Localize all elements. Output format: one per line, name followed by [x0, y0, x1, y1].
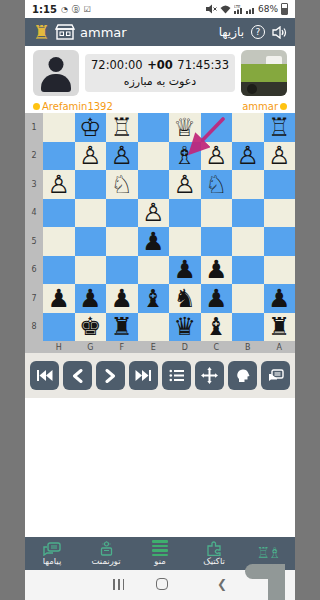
- black-piece: ♜: [268, 314, 290, 339]
- signal-icon: [246, 4, 255, 14]
- square-b4[interactable]: [232, 199, 264, 228]
- square-a4[interactable]: [264, 199, 296, 228]
- white-piece: ♙: [79, 143, 101, 168]
- square-a3[interactable]: [264, 170, 296, 199]
- avatar-silhouette-body: [41, 74, 71, 92]
- black-piece: ♟: [79, 286, 101, 311]
- opponent-name: Arefamin1392: [33, 101, 113, 112]
- file-label: F: [106, 341, 138, 353]
- black-piece: ♜: [111, 314, 133, 339]
- square-f5[interactable]: [106, 227, 138, 256]
- phone-screen: 1:15 ◔ Ⓑ ☑ LTE 68% ♜ ammar بازیها ?: [25, 0, 295, 600]
- square-e4[interactable]: ♙: [138, 199, 170, 228]
- white-piece: ♙: [174, 172, 196, 197]
- player-avatar-photo[interactable]: [241, 50, 287, 96]
- square-a2[interactable]: ♙: [264, 142, 296, 171]
- white-piece: ♙: [268, 143, 290, 168]
- black-piece: ♝: [205, 314, 227, 339]
- rank-labels: 12345678: [25, 113, 43, 341]
- file-label: A: [264, 341, 296, 353]
- gold-rook-logo-icon: ♜: [33, 23, 50, 42]
- square-f3[interactable]: ♘: [106, 170, 138, 199]
- black-piece: ♟: [205, 257, 227, 282]
- square-d1[interactable]: ♕: [169, 113, 201, 142]
- signal-volte-icon: LTE: [234, 4, 243, 14]
- android-nav-bar: ❮: [25, 570, 295, 600]
- messages-icon: [43, 541, 61, 556]
- square-h6[interactable]: [43, 256, 75, 285]
- white-piece: ♖: [268, 115, 290, 140]
- square-f2[interactable]: ♙: [106, 142, 138, 171]
- square-h5[interactable]: [43, 227, 75, 256]
- black-piece: ♛: [174, 314, 196, 339]
- square-b5[interactable]: [232, 227, 264, 256]
- go-end-button[interactable]: [129, 361, 158, 390]
- square-g7[interactable]: ♟: [75, 284, 107, 313]
- square-c1[interactable]: [201, 113, 233, 142]
- player-row: 72:00:00 +00 71:45:33 دعوت به مبارزه: [25, 46, 295, 100]
- move-controls: [25, 353, 295, 398]
- chess-pieces-icon: ♖♗: [257, 546, 280, 561]
- wifi-icon: [220, 5, 231, 14]
- square-e1[interactable]: [138, 113, 170, 142]
- square-d7[interactable]: ♞: [169, 284, 201, 313]
- rank-label: 6: [25, 256, 43, 285]
- square-d6[interactable]: ♟: [169, 256, 201, 285]
- square-g8[interactable]: ♚: [75, 313, 107, 342]
- black-piece: ♟: [48, 286, 70, 311]
- square-e3[interactable]: [138, 170, 170, 199]
- online-dot: [33, 103, 40, 110]
- tactics-icon: [206, 541, 222, 556]
- white-piece: ♖: [111, 115, 133, 140]
- move-mode-button[interactable]: [195, 361, 224, 390]
- square-h4[interactable]: [43, 199, 75, 228]
- black-piece: ♟: [142, 229, 164, 254]
- back-button[interactable]: ❮: [217, 577, 227, 591]
- square-c7[interactable]: ♟: [201, 284, 233, 313]
- nav-label: تاکتیک: [203, 557, 225, 566]
- rank-label: 3: [25, 170, 43, 199]
- app-bar: ♜ ammar بازیها ?: [25, 18, 295, 46]
- square-g6[interactable]: [75, 256, 107, 285]
- square-h8[interactable]: [43, 313, 75, 342]
- online-dot: [280, 103, 287, 110]
- nav-item-tournament[interactable]: تورنمنت: [79, 537, 133, 570]
- black-piece: ♝: [142, 286, 164, 311]
- white-piece: ♙: [237, 143, 259, 168]
- black-piece: ♟: [268, 286, 290, 311]
- chess-board: 12345678 ♔♖♕♖♙♙♗♙♙♙♙♘♙♘♙♟♟♟♟♟♟♝♞♟♟♚♜♛♝♜ …: [25, 113, 295, 353]
- b-circle-icon: Ⓑ: [72, 4, 80, 15]
- square-e2[interactable]: [138, 142, 170, 171]
- invite-to-battle-button[interactable]: دعوت به مبارزه: [91, 75, 229, 88]
- clock-panel: 72:00:00 +00 71:45:33 دعوت به مبارزه: [85, 54, 235, 92]
- square-h2[interactable]: [43, 142, 75, 171]
- recents-button[interactable]: [113, 579, 124, 590]
- square-f4[interactable]: [106, 199, 138, 228]
- square-b2[interactable]: ♙: [232, 142, 264, 171]
- square-g2[interactable]: ♙: [75, 142, 107, 171]
- file-label: G: [75, 341, 107, 353]
- prev-move-button[interactable]: [63, 361, 92, 390]
- white-piece: ♙: [48, 172, 70, 197]
- battery-icon: [281, 3, 288, 15]
- square-a8[interactable]: ♜: [264, 313, 296, 342]
- square-f7[interactable]: ♟: [106, 284, 138, 313]
- moves-list-button[interactable]: [162, 361, 191, 390]
- go-start-button[interactable]: [30, 361, 59, 390]
- battery-percent: 68%: [258, 4, 278, 14]
- board-grid: ♔♖♕♖♙♙♗♙♙♙♙♘♙♘♙♟♟♟♟♟♟♝♞♟♟♚♜♛♝♜: [43, 113, 295, 341]
- square-e7[interactable]: ♝: [138, 284, 170, 313]
- avatar-silhouette-head: [49, 57, 64, 72]
- nav-label: منو: [154, 557, 166, 566]
- square-b6[interactable]: [232, 256, 264, 285]
- square-c4[interactable]: [201, 199, 233, 228]
- file-label: D: [169, 341, 201, 353]
- square-d5[interactable]: [169, 227, 201, 256]
- square-c6[interactable]: ♟: [201, 256, 233, 285]
- white-piece: ♔: [79, 115, 101, 140]
- building-icon[interactable]: [55, 24, 75, 40]
- home-button[interactable]: [156, 578, 168, 590]
- nav-item-play[interactable]: ♖♗: [241, 537, 295, 570]
- file-label: C: [201, 341, 233, 353]
- square-c5[interactable]: [201, 227, 233, 256]
- square-e5[interactable]: ♟: [138, 227, 170, 256]
- rank-label: 1: [25, 113, 43, 142]
- opponent-avatar[interactable]: [33, 50, 79, 96]
- white-piece: ♙: [111, 143, 133, 168]
- black-piece: ♟: [174, 257, 196, 282]
- square-a6[interactable]: [264, 256, 296, 285]
- square-d3[interactable]: ♙: [169, 170, 201, 199]
- help-icon[interactable]: ?: [251, 25, 265, 39]
- square-g5[interactable]: [75, 227, 107, 256]
- black-piece: ♟: [111, 286, 133, 311]
- square-a7[interactable]: ♟: [264, 284, 296, 313]
- square-g3[interactable]: [75, 170, 107, 199]
- chat-button[interactable]: [261, 361, 290, 390]
- white-piece: ♗: [174, 143, 196, 168]
- square-h7[interactable]: ♟: [43, 284, 75, 313]
- nav-label: تورنمنت: [91, 557, 120, 566]
- square-b3[interactable]: [232, 170, 264, 199]
- tournament-icon: [98, 541, 115, 556]
- rank-label: 8: [25, 313, 43, 342]
- clock-right: 71:45:33: [177, 58, 229, 72]
- names-row: Arefamin1392 ammar: [25, 100, 295, 113]
- square-d2[interactable]: ♗: [169, 142, 201, 171]
- next-move-button[interactable]: [96, 361, 125, 390]
- games-link[interactable]: بازیها: [219, 25, 244, 39]
- square-f6[interactable]: [106, 256, 138, 285]
- black-piece: ♚: [79, 314, 101, 339]
- page-title: ammar: [80, 25, 127, 40]
- black-piece: ♞: [174, 286, 196, 311]
- mute-icon: [206, 4, 217, 14]
- square-d4[interactable]: [169, 199, 201, 228]
- square-a5[interactable]: [264, 227, 296, 256]
- square-f8[interactable]: ♜: [106, 313, 138, 342]
- alarm-icon: ◔: [61, 5, 68, 14]
- white-piece: ♕: [174, 115, 196, 140]
- file-labels: HGFEDCBA: [43, 341, 295, 353]
- rank-label: 4: [25, 199, 43, 228]
- square-g1[interactable]: ♔: [75, 113, 107, 142]
- rank-label: 2: [25, 142, 43, 171]
- white-piece: ♘: [111, 172, 133, 197]
- square-b7[interactable]: [232, 284, 264, 313]
- white-piece: ♘: [205, 172, 227, 197]
- square-b1[interactable]: [232, 113, 264, 142]
- menu-icon: [152, 541, 168, 556]
- square-h3[interactable]: ♙: [43, 170, 75, 199]
- file-label: H: [43, 341, 75, 353]
- file-label: B: [232, 341, 264, 353]
- nav-item-menu[interactable]: منو: [133, 537, 187, 570]
- square-e8[interactable]: [138, 313, 170, 342]
- speaker-icon[interactable]: [272, 26, 287, 39]
- clock-time: 1:15: [32, 4, 57, 15]
- square-c8[interactable]: ♝: [201, 313, 233, 342]
- square-a1[interactable]: ♖: [264, 113, 296, 142]
- square-h1[interactable]: [43, 113, 75, 142]
- clock-left: 72:00:00: [91, 58, 143, 72]
- white-piece: ♙: [205, 143, 227, 168]
- square-f1[interactable]: ♖: [106, 113, 138, 142]
- square-d8[interactable]: ♛: [169, 313, 201, 342]
- nav-item-messages[interactable]: پیامها: [25, 537, 79, 570]
- player-name: ammar: [242, 101, 287, 112]
- nav-label: پیامها: [43, 557, 62, 566]
- checkbox-icon: ☑: [84, 5, 91, 14]
- black-piece: ♟: [205, 286, 227, 311]
- rank-label: 5: [25, 227, 43, 256]
- file-label: E: [138, 341, 170, 353]
- square-c3[interactable]: ♘: [201, 170, 233, 199]
- nav-item-tactics[interactable]: تاکتیک: [187, 537, 241, 570]
- square-b8[interactable]: [232, 313, 264, 342]
- bottom-nav: پیامها تورنمنت منو تاکتیک ♖♗: [25, 537, 295, 570]
- square-e6[interactable]: [138, 256, 170, 285]
- engine-hint-button[interactable]: [228, 361, 257, 390]
- square-g4[interactable]: [75, 199, 107, 228]
- square-c2[interactable]: ♙: [201, 142, 233, 171]
- rank-label: 7: [25, 284, 43, 313]
- clock-delta: +00: [147, 58, 173, 72]
- white-piece: ♙: [142, 200, 164, 225]
- status-bar: 1:15 ◔ Ⓑ ☑ LTE 68%: [25, 0, 295, 18]
